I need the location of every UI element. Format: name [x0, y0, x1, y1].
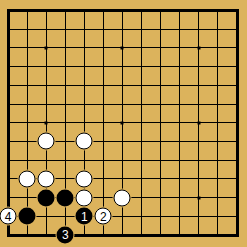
board-point[interactable]	[18, 207, 37, 226]
board-point[interactable]	[113, 76, 132, 95]
board-point[interactable]	[18, 20, 37, 39]
board-point[interactable]	[227, 132, 246, 151]
board-point[interactable]	[37, 39, 56, 58]
board-point[interactable]	[132, 151, 151, 170]
board-point[interactable]	[56, 151, 75, 170]
board-point[interactable]	[37, 132, 56, 151]
board-point[interactable]	[151, 132, 170, 151]
board-point[interactable]	[227, 113, 246, 132]
move-number: 4	[5, 210, 12, 222]
white-stone	[76, 133, 93, 150]
board-point[interactable]	[75, 132, 94, 151]
board-point[interactable]	[189, 132, 208, 151]
board-point[interactable]	[151, 1, 170, 20]
star-point	[197, 196, 200, 199]
board-point[interactable]	[0, 188, 18, 207]
board-point[interactable]	[113, 207, 132, 226]
board-point[interactable]	[227, 39, 246, 58]
board-point[interactable]	[113, 57, 132, 76]
board-point[interactable]	[94, 188, 113, 207]
board-point[interactable]	[37, 76, 56, 95]
board-point[interactable]	[189, 151, 208, 170]
board-point[interactable]	[37, 57, 56, 76]
board-point[interactable]	[94, 1, 113, 20]
board-point[interactable]	[170, 1, 189, 20]
board-point[interactable]	[208, 57, 227, 76]
board-point[interactable]	[37, 188, 56, 207]
board-point[interactable]	[208, 226, 227, 245]
move-number: 3	[62, 229, 69, 241]
board-point[interactable]	[37, 226, 56, 245]
board-point[interactable]	[0, 151, 18, 170]
board-point[interactable]: 1	[75, 207, 94, 226]
star-point	[197, 121, 200, 124]
board-point[interactable]	[94, 57, 113, 76]
star-point	[121, 46, 124, 49]
board-point[interactable]	[94, 113, 113, 132]
board-point[interactable]	[208, 76, 227, 95]
board-point[interactable]	[0, 226, 18, 245]
black-stone	[38, 189, 55, 206]
board-point[interactable]	[37, 151, 56, 170]
board-point[interactable]	[94, 226, 113, 245]
board-point[interactable]	[189, 188, 208, 207]
board-point[interactable]	[151, 20, 170, 39]
board-point[interactable]	[75, 76, 94, 95]
board-point[interactable]	[94, 132, 113, 151]
board-point[interactable]	[170, 151, 189, 170]
board-point[interactable]	[170, 169, 189, 188]
board-point[interactable]	[189, 57, 208, 76]
board-point[interactable]	[0, 20, 18, 39]
board-point[interactable]	[75, 188, 94, 207]
board-point[interactable]	[18, 151, 37, 170]
board-point[interactable]	[227, 207, 246, 226]
board-point[interactable]	[18, 188, 37, 207]
board-point[interactable]	[208, 188, 227, 207]
white-stone	[76, 170, 93, 187]
board-point[interactable]	[0, 95, 18, 114]
star-point	[45, 121, 48, 124]
board-point[interactable]	[151, 113, 170, 132]
board-point[interactable]	[151, 57, 170, 76]
board-point[interactable]	[56, 169, 75, 188]
board-point[interactable]	[75, 57, 94, 76]
board-point[interactable]	[132, 188, 151, 207]
white-stone	[76, 189, 93, 206]
board-point[interactable]	[113, 20, 132, 39]
board-point[interactable]	[227, 151, 246, 170]
board-point[interactable]	[94, 169, 113, 188]
board-point[interactable]	[132, 57, 151, 76]
board-point[interactable]	[227, 57, 246, 76]
board-point[interactable]	[56, 20, 75, 39]
board-point[interactable]	[0, 169, 18, 188]
black-stone-move-1: 1	[76, 208, 93, 225]
board-point[interactable]	[132, 132, 151, 151]
board-point[interactable]	[113, 226, 132, 245]
board-point[interactable]	[75, 1, 94, 20]
white-stone	[38, 170, 55, 187]
board-point[interactable]	[56, 57, 75, 76]
board-point[interactable]	[0, 113, 18, 132]
board-point[interactable]	[189, 39, 208, 58]
board-point[interactable]	[151, 169, 170, 188]
board-point[interactable]	[0, 39, 18, 58]
board-point[interactable]	[189, 226, 208, 245]
board-point[interactable]	[18, 95, 37, 114]
black-stone	[19, 208, 36, 225]
board-point[interactable]	[113, 95, 132, 114]
board-point[interactable]	[151, 151, 170, 170]
board-point[interactable]	[170, 95, 189, 114]
white-stone-move-4: 4	[0, 208, 17, 225]
board-point[interactable]: 2	[94, 207, 113, 226]
star-point	[121, 121, 124, 124]
board-point[interactable]	[132, 1, 151, 20]
board-point[interactable]	[94, 95, 113, 114]
board-point[interactable]	[0, 132, 18, 151]
board-point[interactable]	[151, 39, 170, 58]
board-point[interactable]	[227, 188, 246, 207]
board-point[interactable]	[189, 1, 208, 20]
board-point[interactable]	[170, 226, 189, 245]
board-point[interactable]	[227, 1, 246, 20]
move-number: 1	[81, 210, 88, 222]
board-point[interactable]	[113, 188, 132, 207]
board-point[interactable]	[75, 169, 94, 188]
board-point[interactable]	[94, 151, 113, 170]
board-point[interactable]	[37, 95, 56, 114]
board-point[interactable]	[151, 188, 170, 207]
board-point[interactable]	[0, 1, 18, 20]
board-point[interactable]	[75, 151, 94, 170]
board-point[interactable]	[113, 39, 132, 58]
board-point[interactable]	[18, 57, 37, 76]
board-point[interactable]	[170, 113, 189, 132]
board-point[interactable]	[132, 207, 151, 226]
board-point[interactable]	[113, 132, 132, 151]
board-point[interactable]	[208, 39, 227, 58]
board-point[interactable]	[170, 188, 189, 207]
move-number: 2	[100, 210, 107, 222]
board-point[interactable]	[151, 226, 170, 245]
board-point[interactable]	[208, 207, 227, 226]
board-point[interactable]	[113, 151, 132, 170]
board-point[interactable]	[151, 76, 170, 95]
board-point[interactable]	[132, 95, 151, 114]
board-point[interactable]	[189, 207, 208, 226]
board-point[interactable]	[56, 1, 75, 20]
board-point[interactable]	[189, 20, 208, 39]
board-point[interactable]	[170, 207, 189, 226]
board-point[interactable]	[151, 95, 170, 114]
black-stone	[57, 189, 74, 206]
board-point[interactable]	[37, 169, 56, 188]
board-point[interactable]	[132, 226, 151, 245]
star-point	[45, 46, 48, 49]
board-point[interactable]	[0, 76, 18, 95]
board-point[interactable]	[18, 113, 37, 132]
board-point[interactable]	[208, 151, 227, 170]
board-point[interactable]	[18, 132, 37, 151]
board-point[interactable]	[189, 113, 208, 132]
board-point[interactable]	[113, 113, 132, 132]
board-point[interactable]	[208, 95, 227, 114]
board-point[interactable]	[227, 76, 246, 95]
board-point[interactable]	[18, 226, 37, 245]
board-point[interactable]	[56, 207, 75, 226]
board-point[interactable]	[75, 39, 94, 58]
board-point[interactable]	[94, 76, 113, 95]
board-point[interactable]	[208, 113, 227, 132]
board-point[interactable]	[56, 113, 75, 132]
board-point[interactable]	[170, 57, 189, 76]
board-point[interactable]	[56, 76, 75, 95]
board-point[interactable]	[208, 20, 227, 39]
board-point[interactable]	[170, 132, 189, 151]
board-point[interactable]: 3	[56, 226, 75, 245]
white-stone	[38, 133, 55, 150]
board-point[interactable]	[189, 169, 208, 188]
board-point[interactable]	[18, 76, 37, 95]
black-stone-move-3: 3	[57, 226, 74, 243]
board-point[interactable]	[18, 169, 37, 188]
board-point[interactable]: 4	[0, 207, 18, 226]
board-point[interactable]	[56, 95, 75, 114]
board-point[interactable]	[18, 39, 37, 58]
board-point[interactable]	[208, 132, 227, 151]
board-point[interactable]	[132, 20, 151, 39]
board-point[interactable]	[132, 76, 151, 95]
board-point[interactable]	[170, 39, 189, 58]
board-point[interactable]	[227, 169, 246, 188]
white-stone	[114, 189, 131, 206]
board-point[interactable]	[113, 1, 132, 20]
board-point[interactable]	[227, 226, 246, 245]
board-point[interactable]	[75, 95, 94, 114]
board-point[interactable]	[151, 207, 170, 226]
board-point[interactable]	[37, 1, 56, 20]
board-point[interactable]	[208, 1, 227, 20]
star-point	[197, 46, 200, 49]
board-point[interactable]	[170, 20, 189, 39]
board-point[interactable]	[37, 113, 56, 132]
board-point[interactable]	[132, 39, 151, 58]
board-point[interactable]	[132, 169, 151, 188]
board-point[interactable]	[132, 113, 151, 132]
board-point[interactable]	[56, 188, 75, 207]
board-point[interactable]	[94, 20, 113, 39]
go-diagram: 4123	[0, 0, 247, 247]
board-point[interactable]	[56, 39, 75, 58]
white-stone-move-2: 2	[95, 208, 112, 225]
go-board: 4123	[0, 1, 246, 244]
board-point[interactable]	[208, 169, 227, 188]
white-stone	[19, 170, 36, 187]
board-point[interactable]	[189, 95, 208, 114]
board-point[interactable]	[75, 226, 94, 245]
board-point[interactable]	[113, 169, 132, 188]
board-point[interactable]	[18, 1, 37, 20]
board-point[interactable]	[189, 76, 208, 95]
board-point[interactable]	[227, 95, 246, 114]
board-point[interactable]	[37, 20, 56, 39]
board-point[interactable]	[75, 113, 94, 132]
board-point[interactable]	[170, 76, 189, 95]
board-point[interactable]	[227, 20, 246, 39]
board-point[interactable]	[75, 20, 94, 39]
board-point[interactable]	[37, 207, 56, 226]
board-point[interactable]	[56, 132, 75, 151]
board-point[interactable]	[0, 57, 18, 76]
board-point[interactable]	[94, 39, 113, 58]
